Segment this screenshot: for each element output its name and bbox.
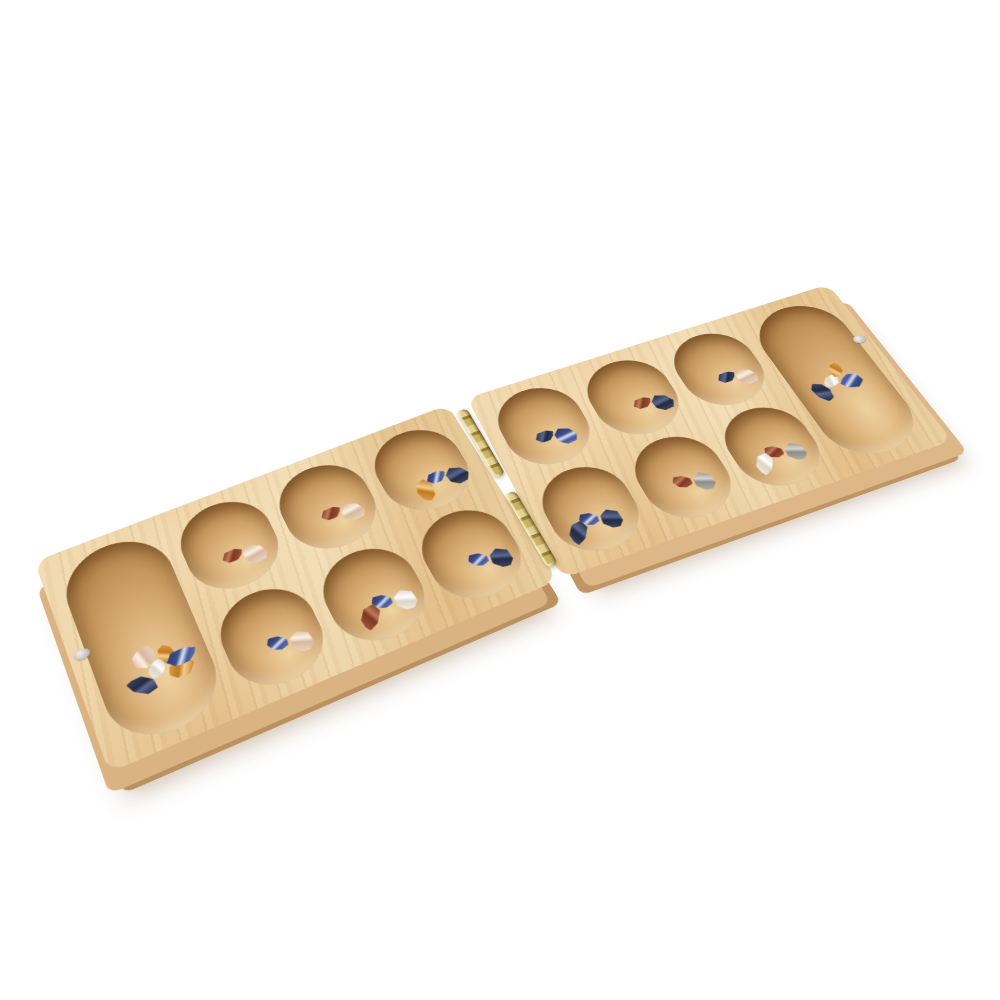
stone-dark-sodalite [533, 429, 556, 444]
stone-amber [829, 362, 843, 378]
stone-sodalite [265, 635, 291, 652]
stone-dark-sodalite [807, 380, 838, 404]
stone-sodalite [577, 512, 600, 528]
stone-dark-sodalite [648, 392, 677, 414]
stone-dark-sodalite [596, 506, 627, 532]
stone-dark-sodalite [486, 544, 517, 571]
board-half-left [34, 405, 557, 773]
stone-dark-sodalite [124, 673, 161, 698]
stone-rose-quartz [239, 542, 272, 567]
stone-white-quartz [145, 658, 169, 681]
stone-amber [413, 478, 437, 504]
pit-back-1[interactable] [169, 490, 292, 602]
perspective-stage [0, 0, 1000, 1000]
stone-jasper [319, 505, 343, 522]
stone-white-quartz [390, 586, 422, 614]
stone-sodalite [164, 644, 199, 670]
stone-rose-quartz [286, 627, 318, 657]
stone-amber [155, 642, 177, 666]
pit-back-3[interactable] [361, 419, 483, 522]
stone-white-quartz [753, 451, 776, 476]
stone-amber [164, 653, 197, 682]
stone-white-quartz [820, 372, 843, 389]
pit-front-1[interactable] [208, 576, 338, 700]
stone-sodalite [424, 469, 448, 485]
pit-back-4[interactable] [485, 378, 603, 474]
stone-gray-agate [689, 469, 719, 494]
stone-jasper [631, 396, 654, 410]
stone-jasper [357, 602, 384, 631]
product-photo-scene [0, 0, 1000, 1000]
stone-rose-quartz [127, 644, 160, 673]
stone-jasper [763, 445, 785, 460]
mancala-board [35, 275, 946, 762]
stone-gray-agate [780, 440, 810, 464]
stone-dark-sodalite [715, 370, 738, 384]
pit-front-2[interactable] [310, 536, 440, 654]
pit-back-2[interactable] [267, 454, 390, 562]
stone-sodalite [551, 425, 581, 448]
stone-sodalite [840, 372, 864, 388]
stone-sodalite [370, 594, 395, 610]
pit-front-3[interactable] [407, 498, 536, 611]
stone-dark-sodalite [443, 464, 474, 487]
stone-jasper [221, 547, 245, 565]
stone-sodalite [467, 552, 491, 568]
stone-rose-quartz [338, 500, 370, 524]
stone-jasper [671, 474, 694, 489]
stone-rose-quartz [733, 366, 762, 387]
stone-dark-sodalite [565, 519, 590, 546]
